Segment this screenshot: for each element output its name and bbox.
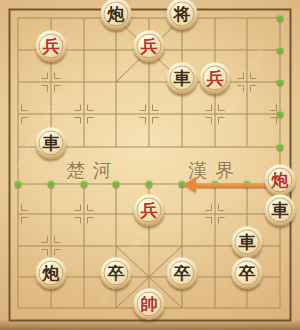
piece-black-chariot[interactable]: 車 — [265, 195, 296, 226]
xiangqi-board[interactable]: 楚河 漢界 炮将兵兵車兵車炮兵車車炮卒卒卒帥 mobile.com mobile… — [0, 0, 300, 330]
piece-glyph: 帥 — [141, 296, 158, 313]
river-label-left: 楚河 — [58, 158, 120, 184]
piece-black-soldier[interactable]: 卒 — [101, 258, 132, 289]
piece-red-soldier[interactable]: 兵 — [134, 31, 165, 62]
move-dot[interactable] — [277, 144, 284, 151]
piece-red-soldier[interactable]: 兵 — [200, 63, 231, 94]
piece-glyph: 兵 — [141, 38, 158, 55]
piece-glyph: 兵 — [43, 38, 60, 55]
piece-black-chariot[interactable]: 車 — [167, 63, 198, 94]
move-dot[interactable] — [179, 181, 186, 188]
piece-black-cannon[interactable]: 炮 — [101, 0, 132, 30]
piece-red-soldier[interactable]: 兵 — [36, 31, 67, 62]
river-label-right: 漢界 — [180, 158, 242, 184]
move-dot[interactable] — [113, 181, 120, 188]
piece-glyph: 卒 — [108, 265, 125, 282]
move-dot[interactable] — [15, 181, 22, 188]
move-dot[interactable] — [277, 79, 284, 86]
piece-glyph: 将 — [174, 6, 191, 23]
piece-glyph: 炮 — [272, 172, 289, 189]
move-dot[interactable] — [146, 181, 153, 188]
piece-black-cannon[interactable]: 炮 — [36, 258, 67, 289]
move-dot[interactable] — [48, 181, 55, 188]
piece-red-general[interactable]: 帥 — [134, 289, 165, 320]
piece-glyph: 車 — [272, 202, 289, 219]
piece-glyph: 車 — [239, 234, 256, 251]
move-dot[interactable] — [277, 15, 284, 22]
piece-black-soldier[interactable]: 卒 — [167, 258, 198, 289]
move-dot[interactable] — [244, 181, 251, 188]
piece-black-chariot[interactable]: 車 — [36, 128, 67, 159]
move-dot[interactable] — [212, 181, 219, 188]
piece-black-chariot[interactable]: 車 — [232, 227, 263, 258]
piece-glyph: 兵 — [207, 70, 224, 87]
piece-red-soldier[interactable]: 兵 — [134, 195, 165, 226]
move-dot[interactable] — [81, 181, 88, 188]
move-dot[interactable] — [277, 111, 284, 118]
piece-glyph: 車 — [174, 70, 191, 87]
piece-glyph: 炮 — [43, 265, 60, 282]
piece-glyph: 車 — [43, 135, 60, 152]
piece-black-soldier[interactable]: 卒 — [232, 258, 263, 289]
piece-glyph: 卒 — [239, 265, 256, 282]
piece-red-cannon[interactable]: 炮 — [265, 165, 296, 196]
piece-glyph: 炮 — [108, 6, 125, 23]
piece-glyph: 兵 — [141, 202, 158, 219]
move-dot[interactable] — [277, 47, 284, 54]
piece-black-general[interactable]: 将 — [167, 0, 198, 30]
piece-glyph: 卒 — [174, 265, 191, 282]
